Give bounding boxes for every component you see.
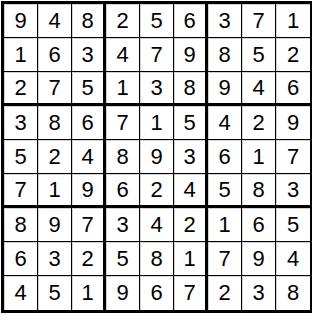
cell-r6c3[interactable]: 9 (72, 174, 106, 208)
cell-r6c9[interactable]: 3 (276, 174, 310, 208)
cell-r8c3[interactable]: 2 (72, 242, 106, 276)
cell-r8c2[interactable]: 3 (38, 242, 72, 276)
cell-r6c1[interactable]: 7 (4, 174, 38, 208)
cell-r9c4[interactable]: 9 (106, 276, 140, 310)
cell-r9c1[interactable]: 4 (4, 276, 38, 310)
cell-r7c5[interactable]: 4 (140, 208, 174, 242)
cell-r5c6[interactable]: 3 (174, 140, 208, 174)
cell-r8c1[interactable]: 6 (4, 242, 38, 276)
cell-r2c3[interactable]: 3 (72, 38, 106, 72)
cell-r5c2[interactable]: 2 (38, 140, 72, 174)
cell-r2c2[interactable]: 6 (38, 38, 72, 72)
cell-r3c4[interactable]: 1 (106, 72, 140, 106)
cell-r3c1[interactable]: 2 (4, 72, 38, 106)
cell-r1c3[interactable]: 8 (72, 4, 106, 38)
cell-r3c3[interactable]: 5 (72, 72, 106, 106)
cell-r9c7[interactable]: 2 (208, 276, 242, 310)
cell-r7c9[interactable]: 5 (276, 208, 310, 242)
cell-r1c1[interactable]: 9 (4, 4, 38, 38)
cell-r6c2[interactable]: 1 (38, 174, 72, 208)
cell-r3c9[interactable]: 6 (276, 72, 310, 106)
cell-r7c6[interactable]: 2 (174, 208, 208, 242)
cell-r6c6[interactable]: 4 (174, 174, 208, 208)
cell-r7c2[interactable]: 9 (38, 208, 72, 242)
cell-r8c6[interactable]: 1 (174, 242, 208, 276)
cell-r2c8[interactable]: 5 (242, 38, 276, 72)
cell-r7c4[interactable]: 3 (106, 208, 140, 242)
cell-r1c5[interactable]: 5 (140, 4, 174, 38)
cell-r5c8[interactable]: 1 (242, 140, 276, 174)
cell-r2c6[interactable]: 9 (174, 38, 208, 72)
cell-r2c7[interactable]: 8 (208, 38, 242, 72)
cell-r1c8[interactable]: 7 (242, 4, 276, 38)
cell-r4c7[interactable]: 4 (208, 106, 242, 140)
cell-r5c5[interactable]: 9 (140, 140, 174, 174)
cell-r8c4[interactable]: 5 (106, 242, 140, 276)
cell-r8c5[interactable]: 8 (140, 242, 174, 276)
cell-r9c5[interactable]: 6 (140, 276, 174, 310)
cell-r6c4[interactable]: 6 (106, 174, 140, 208)
cell-r2c4[interactable]: 4 (106, 38, 140, 72)
cell-r4c4[interactable]: 7 (106, 106, 140, 140)
cell-r2c9[interactable]: 2 (276, 38, 310, 72)
cell-r9c3[interactable]: 1 (72, 276, 106, 310)
cell-r5c4[interactable]: 8 (106, 140, 140, 174)
cell-r4c3[interactable]: 6 (72, 106, 106, 140)
cell-r3c5[interactable]: 3 (140, 72, 174, 106)
cell-r8c8[interactable]: 9 (242, 242, 276, 276)
cell-r9c8[interactable]: 3 (242, 276, 276, 310)
cell-r4c5[interactable]: 1 (140, 106, 174, 140)
cell-r9c9[interactable]: 8 (276, 276, 310, 310)
cell-r1c4[interactable]: 2 (106, 4, 140, 38)
cell-r5c1[interactable]: 5 (4, 140, 38, 174)
cell-r9c2[interactable]: 5 (38, 276, 72, 310)
cell-r5c9[interactable]: 7 (276, 140, 310, 174)
cell-r1c6[interactable]: 6 (174, 4, 208, 38)
cell-r3c8[interactable]: 4 (242, 72, 276, 106)
cell-r6c5[interactable]: 2 (140, 174, 174, 208)
cell-r3c7[interactable]: 9 (208, 72, 242, 106)
cell-r4c6[interactable]: 5 (174, 106, 208, 140)
cell-r5c3[interactable]: 4 (72, 140, 106, 174)
cell-r2c1[interactable]: 1 (4, 38, 38, 72)
cell-r7c7[interactable]: 1 (208, 208, 242, 242)
cell-r2c5[interactable]: 7 (140, 38, 174, 72)
cell-r7c1[interactable]: 8 (4, 208, 38, 242)
cell-r1c2[interactable]: 4 (38, 4, 72, 38)
cell-r4c8[interactable]: 2 (242, 106, 276, 140)
cell-r1c7[interactable]: 3 (208, 4, 242, 38)
cell-r7c8[interactable]: 6 (242, 208, 276, 242)
cell-r4c1[interactable]: 3 (4, 106, 38, 140)
cell-r8c9[interactable]: 4 (276, 242, 310, 276)
cell-r7c3[interactable]: 7 (72, 208, 106, 242)
cell-r6c8[interactable]: 8 (242, 174, 276, 208)
cell-r1c9[interactable]: 1 (276, 4, 310, 38)
cell-r3c2[interactable]: 7 (38, 72, 72, 106)
sudoku-page: 9482563711634798522751389463867154295248… (0, 0, 312, 313)
cell-r8c7[interactable]: 7 (208, 242, 242, 276)
sudoku-board: 9482563711634798522751389463867154295248… (1, 1, 312, 313)
cell-r5c7[interactable]: 6 (208, 140, 242, 174)
cell-r4c9[interactable]: 9 (276, 106, 310, 140)
cell-r9c6[interactable]: 7 (174, 276, 208, 310)
cell-r3c6[interactable]: 8 (174, 72, 208, 106)
cell-r4c2[interactable]: 8 (38, 106, 72, 140)
cell-r6c7[interactable]: 5 (208, 174, 242, 208)
